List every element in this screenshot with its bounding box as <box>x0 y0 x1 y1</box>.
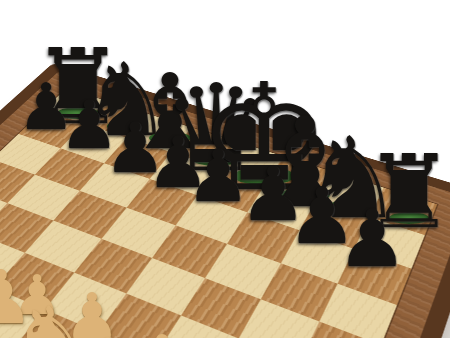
chess-set-product-photo: ♜♟♞♝♟♛♟♚♟♟♝♞♟♜♟♟♟♟♟♞♟♟ <box>0 0 450 338</box>
black-pawn-h7: ♟ <box>336 199 407 278</box>
white-pawn-d2: ♟ <box>74 329 142 338</box>
piece-layer: ♜♟♞♝♟♛♟♚♟♟♝♞♟♜♟♟♟♟♟♞♟♟ <box>0 0 450 338</box>
